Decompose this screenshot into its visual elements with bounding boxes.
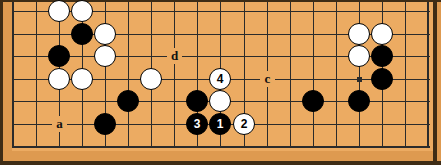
grid-line-vertical <box>290 2 291 148</box>
board-outline-left <box>0 0 3 165</box>
grid-line-vertical <box>128 2 129 148</box>
board-side-right <box>437 0 441 165</box>
white-stone <box>209 90 231 112</box>
grid-line-vertical <box>12 2 14 148</box>
move-3-stone: 3 <box>186 113 208 135</box>
point-label-d: d <box>167 48 182 64</box>
white-stone <box>71 0 93 22</box>
white-stone <box>348 45 370 67</box>
black-stone <box>302 90 324 112</box>
white-stone <box>140 68 162 90</box>
white-stone <box>71 68 93 90</box>
board-side-left <box>3 2 12 161</box>
black-stone <box>117 90 139 112</box>
black-stone <box>94 113 116 135</box>
black-stone <box>371 45 393 67</box>
black-stone <box>71 23 93 45</box>
move-number: 2 <box>241 118 248 130</box>
white-stone <box>371 23 393 45</box>
white-stone <box>348 23 370 45</box>
move-4-stone: 4 <box>209 68 231 90</box>
grid-line-horizontal <box>12 146 430 148</box>
grid-line-vertical <box>174 2 175 148</box>
move-number: 1 <box>217 118 224 130</box>
board-side-bottom <box>3 151 433 161</box>
star-point-marker <box>357 77 362 82</box>
white-stone <box>94 45 116 67</box>
move-1-stone: 1 <box>209 113 231 135</box>
grid-line-vertical <box>313 2 314 148</box>
white-stone <box>48 0 70 22</box>
go-board-diagram: d4ca312 <box>0 0 441 165</box>
point-label-a: a <box>52 116 67 132</box>
black-stone <box>48 45 70 67</box>
white-stone <box>94 23 116 45</box>
move-2-stone: 2 <box>233 113 255 135</box>
black-stone <box>348 90 370 112</box>
black-stone <box>186 90 208 112</box>
black-stone <box>371 68 393 90</box>
grid-line-vertical <box>36 2 37 148</box>
white-stone <box>48 68 70 90</box>
grid-line-vertical <box>336 2 337 148</box>
grid-line-vertical <box>405 2 406 148</box>
point-label-c: c <box>260 71 275 87</box>
move-number: 3 <box>194 118 201 130</box>
grid-line-vertical <box>427 2 429 148</box>
board-outline-right <box>433 2 437 161</box>
board-outline-bottom <box>0 161 441 165</box>
move-number: 4 <box>217 73 224 85</box>
